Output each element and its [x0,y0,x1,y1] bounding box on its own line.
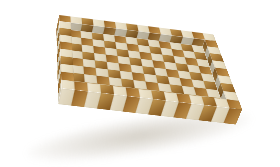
scene [0,0,280,167]
product-photo [0,0,280,167]
checkered-tray [56,30,236,125]
